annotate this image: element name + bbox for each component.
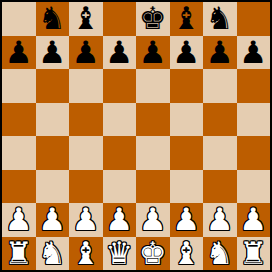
piece-black-pawn[interactable]: ♟ bbox=[206, 37, 234, 68]
square-e5[interactable] bbox=[136, 103, 170, 137]
square-c1[interactable]: ♝ bbox=[69, 237, 103, 271]
piece-white-rook[interactable]: ♜ bbox=[5, 238, 33, 269]
square-h7[interactable]: ♟ bbox=[237, 36, 271, 70]
square-d8[interactable] bbox=[103, 2, 137, 36]
square-b1[interactable]: ♞ bbox=[36, 237, 70, 271]
square-d1[interactable]: ♛ bbox=[103, 237, 137, 271]
square-h3[interactable] bbox=[237, 170, 271, 204]
piece-black-pawn[interactable]: ♟ bbox=[172, 37, 200, 68]
square-c5[interactable] bbox=[69, 103, 103, 137]
piece-white-bishop[interactable]: ♝ bbox=[72, 238, 100, 269]
square-b7[interactable]: ♟ bbox=[36, 36, 70, 70]
square-b6[interactable] bbox=[36, 69, 70, 103]
piece-white-pawn[interactable]: ♟ bbox=[105, 204, 133, 235]
piece-black-bishop[interactable]: ♝ bbox=[72, 3, 100, 34]
piece-white-knight[interactable]: ♞ bbox=[38, 238, 66, 269]
square-h4[interactable] bbox=[237, 136, 271, 170]
square-a1[interactable]: ♜ bbox=[2, 237, 36, 271]
square-c4[interactable] bbox=[69, 136, 103, 170]
piece-white-pawn[interactable]: ♟ bbox=[139, 204, 167, 235]
piece-black-pawn[interactable]: ♟ bbox=[5, 37, 33, 68]
square-f7[interactable]: ♟ bbox=[170, 36, 204, 70]
square-c6[interactable] bbox=[69, 69, 103, 103]
square-f3[interactable] bbox=[170, 170, 204, 204]
piece-white-pawn[interactable]: ♟ bbox=[72, 204, 100, 235]
square-b8[interactable]: ♞ bbox=[36, 2, 70, 36]
square-g3[interactable] bbox=[203, 170, 237, 204]
square-e7[interactable]: ♟ bbox=[136, 36, 170, 70]
square-e6[interactable] bbox=[136, 69, 170, 103]
square-a2[interactable]: ♟ bbox=[2, 203, 36, 237]
square-b5[interactable] bbox=[36, 103, 70, 137]
square-f1[interactable]: ♝ bbox=[170, 237, 204, 271]
square-d6[interactable] bbox=[103, 69, 137, 103]
square-a7[interactable]: ♟ bbox=[2, 36, 36, 70]
square-b3[interactable] bbox=[36, 170, 70, 204]
piece-black-pawn[interactable]: ♟ bbox=[239, 37, 267, 68]
square-f8[interactable]: ♝ bbox=[170, 2, 204, 36]
square-d7[interactable]: ♟ bbox=[103, 36, 137, 70]
piece-black-knight[interactable]: ♞ bbox=[206, 3, 234, 34]
square-g4[interactable] bbox=[203, 136, 237, 170]
square-h1[interactable]: ♜ bbox=[237, 237, 271, 271]
piece-white-pawn[interactable]: ♟ bbox=[239, 204, 267, 235]
piece-black-knight[interactable]: ♞ bbox=[38, 3, 66, 34]
square-g2[interactable]: ♟ bbox=[203, 203, 237, 237]
square-h8[interactable] bbox=[237, 2, 271, 36]
square-a5[interactable] bbox=[2, 103, 36, 137]
piece-white-pawn[interactable]: ♟ bbox=[172, 204, 200, 235]
piece-white-bishop[interactable]: ♝ bbox=[172, 238, 200, 269]
square-g1[interactable]: ♞ bbox=[203, 237, 237, 271]
square-f2[interactable]: ♟ bbox=[170, 203, 204, 237]
square-b2[interactable]: ♟ bbox=[36, 203, 70, 237]
square-b4[interactable] bbox=[36, 136, 70, 170]
square-d5[interactable] bbox=[103, 103, 137, 137]
piece-white-pawn[interactable]: ♟ bbox=[38, 204, 66, 235]
piece-white-knight[interactable]: ♞ bbox=[206, 238, 234, 269]
piece-white-queen[interactable]: ♛ bbox=[105, 238, 133, 269]
chess-board: ♞♝♚♝♞♟♟♟♟♟♟♟♟♟♟♟♟♟♟♟♟♜♞♝♛♚♝♞♜ bbox=[0, 0, 272, 272]
piece-black-pawn[interactable]: ♟ bbox=[105, 37, 133, 68]
square-h2[interactable]: ♟ bbox=[237, 203, 271, 237]
piece-black-pawn[interactable]: ♟ bbox=[72, 37, 100, 68]
square-f5[interactable] bbox=[170, 103, 204, 137]
square-c8[interactable]: ♝ bbox=[69, 2, 103, 36]
piece-black-bishop[interactable]: ♝ bbox=[172, 3, 200, 34]
square-h6[interactable] bbox=[237, 69, 271, 103]
square-a4[interactable] bbox=[2, 136, 36, 170]
piece-white-king[interactable]: ♚ bbox=[139, 238, 167, 269]
piece-black-pawn[interactable]: ♟ bbox=[38, 37, 66, 68]
square-g5[interactable] bbox=[203, 103, 237, 137]
square-f4[interactable] bbox=[170, 136, 204, 170]
square-f6[interactable] bbox=[170, 69, 204, 103]
square-e1[interactable]: ♚ bbox=[136, 237, 170, 271]
square-d2[interactable]: ♟ bbox=[103, 203, 137, 237]
square-e8[interactable]: ♚ bbox=[136, 2, 170, 36]
square-c3[interactable] bbox=[69, 170, 103, 204]
square-a3[interactable] bbox=[2, 170, 36, 204]
piece-white-pawn[interactable]: ♟ bbox=[206, 204, 234, 235]
square-c7[interactable]: ♟ bbox=[69, 36, 103, 70]
square-a6[interactable] bbox=[2, 69, 36, 103]
square-e2[interactable]: ♟ bbox=[136, 203, 170, 237]
square-d4[interactable] bbox=[103, 136, 137, 170]
square-a8[interactable] bbox=[2, 2, 36, 36]
square-g7[interactable]: ♟ bbox=[203, 36, 237, 70]
square-g8[interactable]: ♞ bbox=[203, 2, 237, 36]
square-e3[interactable] bbox=[136, 170, 170, 204]
piece-black-pawn[interactable]: ♟ bbox=[139, 37, 167, 68]
piece-black-king[interactable]: ♚ bbox=[139, 3, 167, 34]
square-h5[interactable] bbox=[237, 103, 271, 137]
square-g6[interactable] bbox=[203, 69, 237, 103]
piece-white-pawn[interactable]: ♟ bbox=[5, 204, 33, 235]
piece-white-rook[interactable]: ♜ bbox=[239, 238, 267, 269]
square-c2[interactable]: ♟ bbox=[69, 203, 103, 237]
square-d3[interactable] bbox=[103, 170, 137, 204]
square-e4[interactable] bbox=[136, 136, 170, 170]
